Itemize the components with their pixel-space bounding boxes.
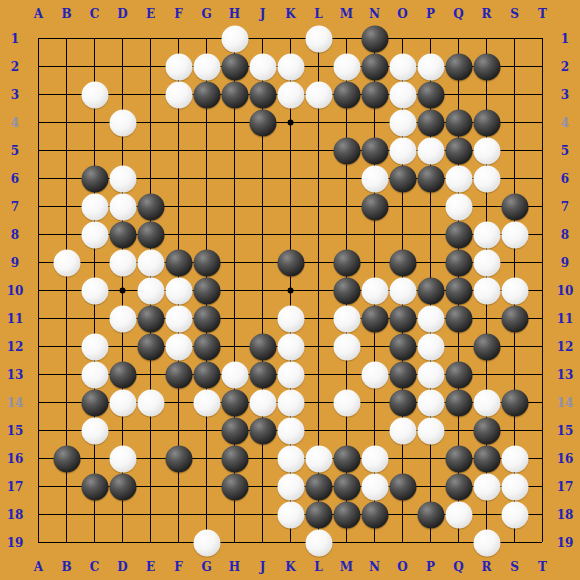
stone-white <box>417 333 444 360</box>
stone-white <box>361 445 388 472</box>
stone-black <box>473 53 500 80</box>
stone-black <box>361 81 388 108</box>
stone-white <box>221 25 248 52</box>
stone-white <box>501 277 528 304</box>
coordinate-label: 9 <box>11 257 19 269</box>
coordinate-label: M <box>340 8 353 20</box>
stone-black <box>249 361 276 388</box>
coordinate-label: 15 <box>557 425 574 437</box>
coordinate-label: 1 <box>11 33 19 45</box>
stone-black <box>193 277 220 304</box>
stone-white <box>417 417 444 444</box>
stone-black <box>333 249 360 276</box>
stone-white <box>361 473 388 500</box>
stone-white <box>417 305 444 332</box>
stone-white <box>445 193 472 220</box>
stone-white <box>109 109 136 136</box>
stone-white <box>417 53 444 80</box>
coordinate-label: 16 <box>557 453 574 465</box>
stone-black <box>109 361 136 388</box>
stone-black <box>221 53 248 80</box>
stone-white <box>333 53 360 80</box>
stone-black <box>305 473 332 500</box>
stone-white <box>389 277 416 304</box>
stone-white <box>333 305 360 332</box>
coordinate-label: N <box>369 561 380 573</box>
stone-black <box>193 361 220 388</box>
coordinate-label: T <box>538 561 547 573</box>
coordinate-label: 14 <box>7 397 24 409</box>
stone-black <box>193 333 220 360</box>
stone-black <box>193 81 220 108</box>
coordinate-label: L <box>314 8 322 20</box>
coordinate-label: R <box>482 8 492 20</box>
coordinate-label: T <box>538 8 547 20</box>
stone-white <box>109 193 136 220</box>
stone-white <box>473 221 500 248</box>
coordinate-label: O <box>397 8 407 20</box>
coordinate-label: 3 <box>11 89 19 101</box>
stone-black <box>389 305 416 332</box>
coordinate-label: G <box>201 561 211 573</box>
stone-black <box>165 361 192 388</box>
stone-white <box>445 165 472 192</box>
stone-black <box>417 109 444 136</box>
coordinate-label: 7 <box>561 201 569 213</box>
coordinate-label: 4 <box>561 117 569 129</box>
coordinate-label: 19 <box>7 537 24 549</box>
stone-black <box>221 473 248 500</box>
stone-white <box>501 473 528 500</box>
stone-white <box>333 389 360 416</box>
stone-black <box>361 137 388 164</box>
stone-white <box>81 221 108 248</box>
stone-black <box>333 445 360 472</box>
stone-black <box>193 249 220 276</box>
stone-black <box>361 305 388 332</box>
stone-black <box>389 249 416 276</box>
stone-white <box>53 249 80 276</box>
stone-white <box>193 389 220 416</box>
coordinate-label: 16 <box>7 453 24 465</box>
stone-white <box>333 333 360 360</box>
stone-black <box>53 445 80 472</box>
stone-black <box>221 389 248 416</box>
stone-black <box>389 333 416 360</box>
stone-white <box>81 193 108 220</box>
stone-black <box>333 137 360 164</box>
stone-black <box>193 305 220 332</box>
stone-white <box>501 445 528 472</box>
stone-black <box>473 445 500 472</box>
stone-white <box>277 361 304 388</box>
stone-white <box>445 501 472 528</box>
coordinate-label: 6 <box>11 173 19 185</box>
stone-black <box>165 249 192 276</box>
stone-white <box>473 277 500 304</box>
stone-black <box>417 165 444 192</box>
coordinate-label: 7 <box>11 201 19 213</box>
coordinate-label: 18 <box>7 509 24 521</box>
coordinate-label: A <box>34 561 43 573</box>
stone-white <box>501 501 528 528</box>
coordinate-label: C <box>90 8 100 20</box>
stone-white <box>389 417 416 444</box>
stone-white <box>277 81 304 108</box>
stone-black <box>249 333 276 360</box>
stone-black <box>137 305 164 332</box>
coordinate-label: J <box>260 8 266 20</box>
stone-white <box>389 81 416 108</box>
stone-black <box>165 445 192 472</box>
coordinate-label: 2 <box>561 61 569 73</box>
stone-white <box>81 333 108 360</box>
coordinate-label: 9 <box>561 257 569 269</box>
coordinate-label: E <box>146 561 155 573</box>
stone-white <box>137 249 164 276</box>
stone-black <box>501 389 528 416</box>
coordinate-label: Q <box>453 8 463 20</box>
stone-white <box>277 473 304 500</box>
coordinate-label: H <box>229 561 240 573</box>
coordinate-label: 2 <box>11 61 19 73</box>
stone-white <box>249 53 276 80</box>
stone-white <box>305 529 332 556</box>
stone-white <box>109 249 136 276</box>
stone-black <box>445 389 472 416</box>
coordinate-label: A <box>34 8 43 20</box>
stone-black <box>501 305 528 332</box>
stone-black <box>249 81 276 108</box>
coordinate-label: 8 <box>11 229 19 241</box>
stone-white <box>81 81 108 108</box>
stone-white <box>501 221 528 248</box>
coordinate-label: R <box>482 561 492 573</box>
stone-white <box>277 417 304 444</box>
stone-white <box>81 417 108 444</box>
coordinate-label: P <box>426 561 435 573</box>
stone-black <box>249 417 276 444</box>
stone-black <box>81 389 108 416</box>
coordinate-label: L <box>314 561 322 573</box>
coordinate-label: 4 <box>11 117 19 129</box>
stone-white <box>473 165 500 192</box>
coordinate-label: 12 <box>7 341 24 353</box>
coordinate-label: 18 <box>557 509 574 521</box>
stone-white <box>81 277 108 304</box>
stone-black <box>389 361 416 388</box>
stone-black <box>137 221 164 248</box>
stone-white <box>221 361 248 388</box>
stone-white <box>249 389 276 416</box>
stone-white <box>165 53 192 80</box>
coordinate-label: B <box>61 561 71 573</box>
coordinate-label: 5 <box>561 145 569 157</box>
stone-black <box>305 501 332 528</box>
stone-white <box>165 333 192 360</box>
stone-white <box>277 389 304 416</box>
stone-white <box>277 305 304 332</box>
stone-black <box>445 53 472 80</box>
stone-black <box>445 249 472 276</box>
stone-black <box>333 473 360 500</box>
coordinate-label: 5 <box>11 145 19 157</box>
stone-white <box>109 389 136 416</box>
stone-black <box>109 473 136 500</box>
stone-black <box>473 333 500 360</box>
stone-black <box>445 109 472 136</box>
stone-black <box>137 193 164 220</box>
stone-black <box>417 81 444 108</box>
stone-black <box>473 417 500 444</box>
coordinate-label: 3 <box>561 89 569 101</box>
stone-black <box>333 277 360 304</box>
stone-black <box>81 165 108 192</box>
coordinate-label: 17 <box>557 481 574 493</box>
coordinate-label: 6 <box>561 173 569 185</box>
coordinate-label: 11 <box>7 313 24 325</box>
stone-black <box>445 305 472 332</box>
stone-white <box>305 445 332 472</box>
stone-white <box>389 53 416 80</box>
stone-black <box>249 109 276 136</box>
coordinate-label: P <box>426 8 435 20</box>
stone-white <box>417 361 444 388</box>
coordinate-label: D <box>117 8 127 20</box>
coordinate-label: N <box>369 8 380 20</box>
stone-black <box>473 109 500 136</box>
stone-white <box>109 445 136 472</box>
coordinate-label: K <box>285 561 295 573</box>
stone-black <box>417 277 444 304</box>
stone-white <box>165 81 192 108</box>
stone-white <box>361 165 388 192</box>
stone-black <box>445 277 472 304</box>
stone-black <box>445 445 472 472</box>
stone-white <box>137 389 164 416</box>
coordinate-label: J <box>260 561 266 573</box>
stone-white <box>361 277 388 304</box>
coordinate-label: 8 <box>561 229 569 241</box>
stone-white <box>193 529 220 556</box>
coordinate-label: Q <box>453 561 463 573</box>
coordinate-label: F <box>174 8 183 20</box>
stone-white <box>109 305 136 332</box>
stone-black <box>109 221 136 248</box>
coordinate-label: 13 <box>557 369 574 381</box>
stone-black <box>389 165 416 192</box>
coordinate-label: 10 <box>7 285 24 297</box>
stone-black <box>389 473 416 500</box>
stone-black <box>417 501 444 528</box>
stone-black <box>445 137 472 164</box>
stone-black <box>333 81 360 108</box>
star-point <box>120 288 126 294</box>
stone-white <box>81 361 108 388</box>
stone-white <box>473 137 500 164</box>
coordinate-label: O <box>397 561 407 573</box>
stone-black <box>333 501 360 528</box>
stone-white <box>473 529 500 556</box>
stone-white <box>389 137 416 164</box>
stone-white <box>417 137 444 164</box>
stone-white <box>193 53 220 80</box>
stone-white <box>137 277 164 304</box>
coordinate-label: B <box>61 8 71 20</box>
stone-white <box>109 165 136 192</box>
coordinate-label: 13 <box>7 369 24 381</box>
stone-white <box>305 25 332 52</box>
coordinate-label: E <box>146 8 155 20</box>
stone-white <box>473 473 500 500</box>
stone-black <box>361 501 388 528</box>
coordinate-label: 19 <box>557 537 574 549</box>
stone-black <box>445 221 472 248</box>
stone-white <box>361 361 388 388</box>
coordinate-label: 11 <box>557 313 574 325</box>
coordinate-label: D <box>117 561 127 573</box>
stone-black <box>501 193 528 220</box>
coordinate-label: M <box>340 561 353 573</box>
stone-white <box>277 333 304 360</box>
stone-black <box>221 417 248 444</box>
stone-black <box>277 249 304 276</box>
coordinate-label: 15 <box>7 425 24 437</box>
stone-black <box>361 53 388 80</box>
coordinate-label: 10 <box>557 285 574 297</box>
stone-black <box>445 473 472 500</box>
coordinate-label: C <box>90 561 100 573</box>
coordinate-label: S <box>510 8 519 20</box>
stone-black <box>81 473 108 500</box>
coordinate-label: 1 <box>561 33 569 45</box>
stone-white <box>389 109 416 136</box>
stone-white <box>305 81 332 108</box>
stone-white <box>165 305 192 332</box>
coordinate-label: 12 <box>557 341 574 353</box>
stone-black <box>445 361 472 388</box>
stone-white <box>473 249 500 276</box>
stone-black <box>389 389 416 416</box>
stone-white <box>417 389 444 416</box>
stone-black <box>221 445 248 472</box>
coordinate-label: F <box>174 561 183 573</box>
go-board[interactable]: AABBCCDDEEFFGGHHJJKKLLMMNNOOPPQQRRSSTT11… <box>0 0 580 580</box>
coordinate-label: 17 <box>7 481 24 493</box>
stone-white <box>473 389 500 416</box>
stone-black <box>361 25 388 52</box>
star-point <box>288 120 294 126</box>
coordinate-label: 14 <box>557 397 574 409</box>
stone-black <box>361 193 388 220</box>
stone-white <box>277 445 304 472</box>
stone-white <box>165 277 192 304</box>
stone-white <box>277 501 304 528</box>
stone-black <box>221 81 248 108</box>
stone-white <box>277 53 304 80</box>
coordinate-label: S <box>510 561 519 573</box>
coordinate-label: H <box>229 8 240 20</box>
coordinate-label: K <box>285 8 295 20</box>
star-point <box>288 288 294 294</box>
coordinate-label: G <box>201 8 211 20</box>
stone-black <box>137 333 164 360</box>
